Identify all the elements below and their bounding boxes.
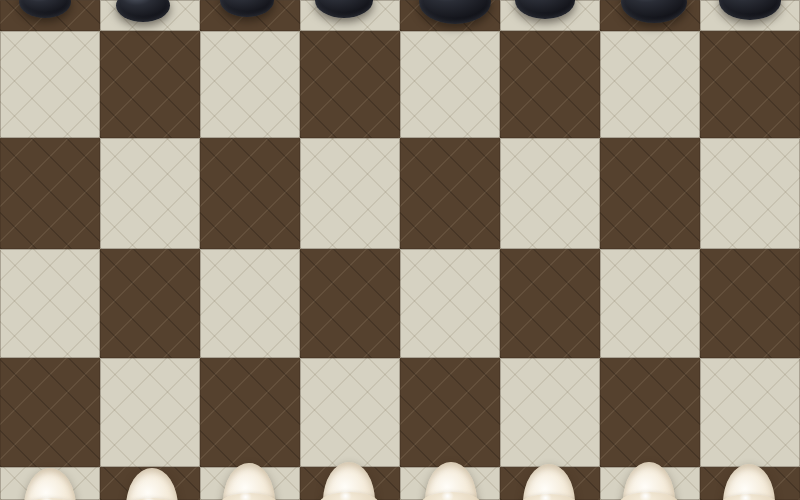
black-piece[interactable] <box>315 0 373 18</box>
pieces-layer <box>0 0 800 500</box>
white-piece[interactable] <box>126 468 178 500</box>
white-piece[interactable] <box>323 462 375 500</box>
white-piece[interactable] <box>223 463 275 500</box>
black-piece[interactable] <box>419 0 491 24</box>
piece-highlight <box>38 494 56 500</box>
checkers-board <box>0 0 800 500</box>
black-piece[interactable] <box>19 0 71 18</box>
piece-highlight <box>637 488 655 500</box>
black-piece[interactable] <box>515 0 575 19</box>
piece-highlight <box>537 490 555 500</box>
piece-highlight <box>237 489 255 500</box>
white-piece[interactable] <box>723 464 775 500</box>
piece-highlight <box>737 490 755 500</box>
black-piece[interactable] <box>719 0 781 20</box>
black-piece[interactable] <box>621 0 687 23</box>
piece-highlight <box>140 494 158 500</box>
piece-highlight <box>439 488 457 500</box>
black-piece[interactable] <box>116 0 170 22</box>
white-piece[interactable] <box>623 462 675 500</box>
white-piece[interactable] <box>24 468 76 500</box>
piece-highlight <box>337 488 355 500</box>
white-piece[interactable] <box>425 462 477 500</box>
white-piece[interactable] <box>523 464 575 500</box>
black-piece[interactable] <box>220 0 274 17</box>
